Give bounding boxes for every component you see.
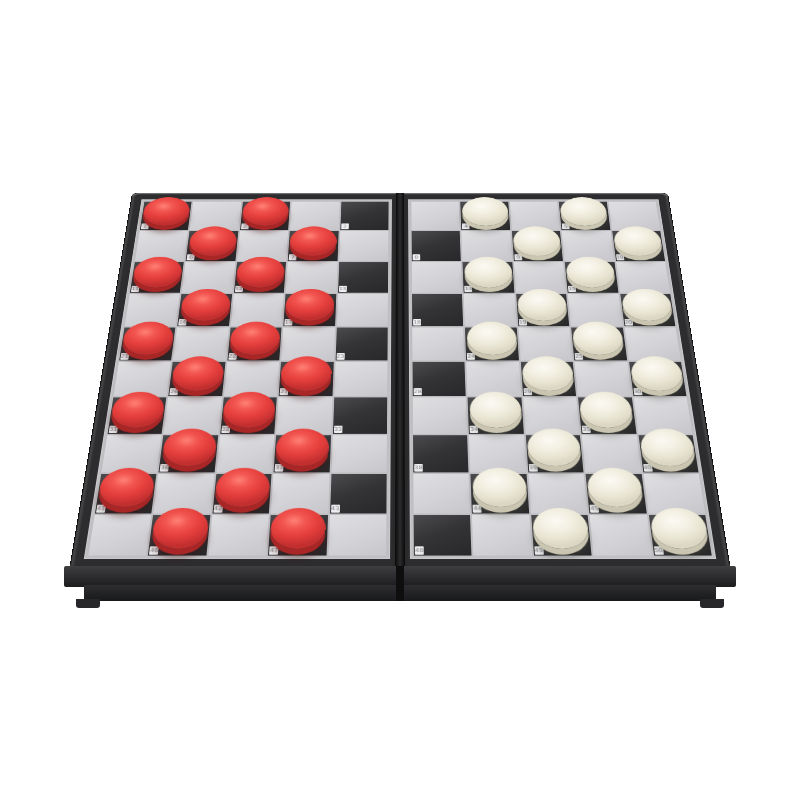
red-piece[interactable] — [222, 392, 276, 428]
square-number-label: 44 — [473, 504, 482, 512]
square-r10c3[interactable] — [208, 515, 269, 556]
red-piece[interactable] — [121, 322, 175, 355]
square-number-label: 45 — [590, 504, 600, 512]
red-piece[interactable] — [289, 226, 337, 256]
square-r3c6[interactable] — [412, 262, 462, 293]
square-r10c2[interactable]: 46 — [148, 515, 210, 556]
square-number-label: 23 — [336, 353, 344, 360]
square-r3c7[interactable]: 14 — [463, 262, 514, 293]
square-r1c5[interactable]: 3 — [340, 202, 389, 230]
board-scene: 1236711121316172122232627313233363741424… — [70, 26, 730, 570]
red-piece[interactable] — [285, 289, 335, 321]
square-number-label: 12 — [235, 286, 243, 292]
square-r2c5[interactable] — [339, 231, 389, 261]
square-r4c6[interactable]: 18 — [412, 294, 463, 326]
red-piece[interactable] — [241, 197, 289, 226]
square-r9c7[interactable]: 44 — [471, 474, 529, 513]
square-r3c1[interactable]: 11 — [130, 262, 184, 293]
square-number-label: 21 — [120, 353, 129, 360]
board-sheet-left: 1236711121316172122232627313233363741424… — [84, 199, 392, 559]
square-number-label: 22 — [228, 353, 237, 360]
square-r8c5[interactable] — [331, 435, 387, 472]
white-piece[interactable] — [565, 257, 616, 288]
square-number-label: 50 — [654, 546, 664, 554]
square-number-label: 37 — [275, 464, 284, 472]
square-r5c5[interactable]: 23 — [335, 327, 387, 360]
red-piece[interactable] — [170, 356, 224, 391]
square-r3c3[interactable]: 12 — [234, 262, 286, 293]
square-r4c8[interactable]: 19 — [516, 294, 569, 326]
square-number-label: 10 — [616, 254, 624, 260]
white-piece[interactable] — [461, 197, 508, 226]
board-half-left: 1236711121316172122232627313233363741424… — [70, 193, 396, 570]
red-piece[interactable] — [214, 468, 271, 507]
square-r6c6[interactable]: 28 — [413, 362, 467, 396]
case-foot-right — [700, 599, 724, 608]
square-number-label: 9 — [514, 254, 522, 260]
square-r9c1[interactable]: 41 — [95, 474, 157, 513]
square-r10c6[interactable]: 48 — [414, 515, 472, 556]
square-r6c10[interactable]: 30 — [629, 362, 687, 396]
red-piece[interactable] — [229, 322, 281, 355]
red-piece[interactable] — [150, 508, 209, 549]
square-r5c6[interactable] — [412, 327, 464, 360]
white-piece[interactable] — [526, 429, 582, 467]
square-number-label: 43 — [331, 504, 340, 512]
red-piece[interactable] — [132, 257, 184, 288]
white-piece[interactable] — [472, 468, 528, 507]
white-piece[interactable] — [532, 508, 590, 549]
square-number-label: 16 — [179, 319, 188, 326]
square-r8c8[interactable]: 39 — [526, 435, 584, 472]
red-piece[interactable] — [188, 226, 238, 256]
square-number-label: 1 — [141, 224, 149, 230]
square-r6c8[interactable]: 29 — [521, 362, 577, 396]
square-number-label: 36 — [160, 464, 169, 472]
white-piece[interactable] — [612, 226, 663, 256]
square-number-label: 3 — [341, 224, 349, 230]
fold-hinge-base — [396, 566, 404, 601]
square-number-label: 35 — [582, 426, 591, 433]
square-r1c9[interactable]: 5 — [559, 202, 610, 230]
square-number-label: 42 — [213, 504, 222, 512]
square-r8c4[interactable]: 37 — [274, 435, 331, 472]
square-r8c10[interactable]: 40 — [638, 435, 698, 472]
square-number-label: 8 — [413, 254, 421, 260]
white-piece[interactable] — [579, 392, 635, 428]
square-r8c2[interactable]: 36 — [159, 435, 218, 472]
square-number-label: 18 — [413, 319, 421, 326]
red-piece[interactable] — [110, 392, 167, 428]
square-number-label: 48 — [415, 546, 424, 554]
square-number-label: 5 — [562, 224, 570, 230]
square-r2c10[interactable]: 10 — [612, 231, 665, 261]
checkers-board: 1236711121316172122232627313233363741424… — [70, 193, 730, 570]
square-r5c1[interactable]: 21 — [119, 327, 175, 360]
square-r1c1[interactable]: 1 — [140, 202, 192, 230]
square-number-label: 33 — [334, 426, 343, 433]
square-number-label: 13 — [339, 286, 347, 292]
square-number-label: 17 — [284, 319, 292, 326]
grid-right: 4589101415181920242528293034353839404445… — [411, 202, 711, 556]
square-number-label: 34 — [470, 426, 479, 433]
red-piece[interactable] — [270, 508, 327, 549]
square-r10c4[interactable]: 47 — [268, 515, 328, 556]
square-number-label: 32 — [221, 426, 230, 433]
square-number-label: 41 — [96, 504, 106, 512]
square-number-label: 2 — [241, 224, 249, 230]
red-piece[interactable] — [161, 429, 218, 467]
square-number-label: 6 — [187, 254, 195, 260]
white-piece[interactable] — [639, 429, 697, 467]
square-r2c4[interactable]: 7 — [288, 231, 338, 261]
square-r4c5[interactable] — [337, 294, 388, 326]
red-piece[interactable] — [235, 257, 285, 288]
square-number-label: 11 — [131, 286, 140, 292]
white-piece[interactable] — [469, 392, 522, 428]
square-r7c5[interactable]: 33 — [333, 398, 388, 434]
square-number-label: 47 — [269, 546, 278, 554]
board-half-right: 4589101415181920242528293034353839404445… — [404, 193, 730, 570]
case-foot-left — [76, 599, 100, 608]
square-r4c2[interactable]: 16 — [178, 294, 232, 326]
square-r1c3[interactable]: 2 — [240, 202, 290, 230]
square-number-label: 26 — [170, 388, 179, 395]
square-r2c6[interactable]: 8 — [412, 231, 461, 261]
square-r4c4[interactable]: 17 — [284, 294, 336, 326]
red-piece[interactable] — [280, 356, 332, 391]
white-piece[interactable] — [517, 289, 568, 321]
square-number-label: 30 — [633, 388, 642, 395]
white-piece[interactable] — [464, 257, 513, 288]
square-number-label: 15 — [568, 286, 576, 292]
square-r10c1[interactable] — [88, 515, 151, 556]
square-number-label: 46 — [149, 546, 159, 554]
board-sheet-right: 4589101415181920242528293034353839404445… — [408, 199, 716, 559]
square-number-label: 14 — [465, 286, 473, 292]
white-piece[interactable] — [512, 226, 561, 256]
white-piece[interactable] — [521, 356, 574, 391]
white-piece[interactable] — [559, 197, 608, 226]
square-number-label: 28 — [414, 388, 422, 395]
square-number-label: 49 — [534, 546, 544, 554]
square-r5c9[interactable]: 25 — [571, 327, 626, 360]
square-r10c5[interactable] — [328, 515, 386, 556]
square-number-label: 27 — [280, 388, 289, 395]
white-piece[interactable] — [586, 468, 644, 507]
square-r5c7[interactable]: 24 — [465, 327, 518, 360]
square-number-label: 19 — [519, 319, 527, 326]
square-number-label: 29 — [523, 388, 532, 395]
square-number-label: 24 — [467, 353, 475, 360]
white-piece[interactable] — [466, 322, 517, 355]
square-r8c6[interactable]: 38 — [413, 435, 469, 472]
square-r7c7[interactable]: 34 — [468, 398, 524, 434]
square-r9c3[interactable]: 42 — [212, 474, 271, 513]
square-number-label: 7 — [289, 254, 297, 260]
square-r7c3[interactable]: 32 — [220, 398, 277, 434]
square-r6c5[interactable] — [334, 362, 388, 396]
square-r10c9[interactable] — [590, 515, 652, 556]
square-number-label: 20 — [624, 319, 633, 326]
grid-left: 1236711121316172122232627313233363741424… — [88, 202, 388, 556]
white-piece[interactable] — [620, 289, 673, 321]
white-piece[interactable] — [649, 508, 710, 549]
square-r1c7[interactable]: 4 — [461, 202, 510, 230]
product-photo: 1236711121316172122232627313233363741424… — [0, 0, 800, 800]
square-number-label: 25 — [575, 353, 584, 360]
red-piece[interactable] — [142, 197, 192, 226]
red-piece[interactable] — [97, 468, 156, 507]
red-piece[interactable] — [179, 289, 231, 321]
red-piece[interactable] — [275, 429, 330, 467]
square-r7c1[interactable]: 31 — [108, 398, 167, 434]
square-r10c7[interactable] — [472, 515, 532, 556]
square-r2c8[interactable]: 9 — [512, 231, 563, 261]
square-r9c9[interactable]: 45 — [586, 474, 647, 513]
square-number-label: 40 — [643, 464, 653, 472]
white-piece[interactable] — [572, 322, 625, 355]
square-r9c6[interactable] — [413, 474, 470, 513]
square-r4c10[interactable]: 20 — [620, 294, 675, 326]
square-r1c6[interactable] — [411, 202, 460, 230]
square-number-label: 4 — [462, 224, 470, 230]
square-number-label: 39 — [529, 464, 538, 472]
white-piece[interactable] — [629, 356, 684, 391]
square-r10c10[interactable]: 50 — [648, 515, 711, 556]
square-number-label: 31 — [109, 426, 119, 433]
square-r10c8[interactable]: 49 — [531, 515, 592, 556]
square-r2c2[interactable]: 6 — [186, 231, 238, 261]
square-r3c5[interactable]: 13 — [338, 262, 388, 293]
square-number-label: 38 — [414, 464, 423, 472]
square-r6c2[interactable]: 26 — [169, 362, 226, 396]
square-r3c9[interactable]: 15 — [565, 262, 618, 293]
square-r5c3[interactable]: 22 — [227, 327, 281, 360]
square-r7c9[interactable]: 35 — [578, 398, 636, 434]
square-r9c5[interactable]: 43 — [330, 474, 387, 513]
square-r6c4[interactable]: 27 — [279, 362, 334, 396]
square-r7c6[interactable] — [413, 398, 468, 434]
